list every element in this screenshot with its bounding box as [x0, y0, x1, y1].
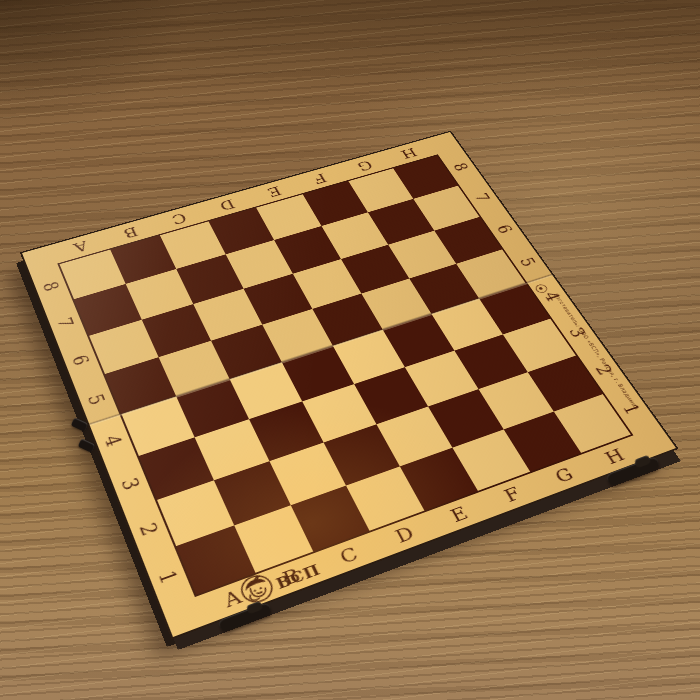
- file-bottom-label-text: D: [392, 522, 418, 547]
- rank-left-label-text: 5: [83, 391, 109, 407]
- file-bottom-label-text: C: [336, 543, 361, 568]
- rank-right-label-text: 8: [449, 161, 471, 173]
- file-bottom-label-text: E: [447, 503, 472, 527]
- file-top-label-text: E: [265, 183, 284, 199]
- file-top-label-text: H: [398, 145, 420, 161]
- file-top-label-text: A: [71, 238, 90, 255]
- file-top-label-text: D: [217, 196, 237, 213]
- rank-left-label-text: 6: [68, 352, 94, 368]
- file-top-label-text: G: [355, 158, 375, 174]
- rank-left-label-text: 7: [53, 315, 78, 330]
- rank-right-label-text: 7: [471, 191, 494, 203]
- table-photo-scene: ABCDEFGH ABCDEFGH 87654321 87654321: [0, 0, 700, 700]
- file-top-label-text: B: [121, 224, 140, 241]
- file-bottom-label-text: G: [551, 464, 577, 487]
- file-top-label-text: C: [170, 210, 190, 227]
- rank-left-label-text: 3: [117, 475, 144, 493]
- file-bottom-label-text: H: [601, 445, 628, 468]
- rank-left-label-text: 1: [153, 567, 182, 587]
- rank-left-label-text: 2: [135, 520, 163, 539]
- rank-right-label-text: 6: [493, 222, 516, 235]
- file-bottom-label-text: F: [500, 483, 524, 506]
- rank-left-label-text: 8: [39, 279, 63, 293]
- file-top-label-text: F: [311, 171, 330, 187]
- rank-right-label-text: 5: [516, 255, 540, 269]
- rank-left-label-text: 4: [100, 432, 127, 449]
